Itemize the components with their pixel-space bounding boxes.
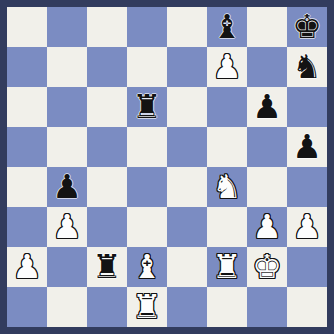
square-a2[interactable]: ♟: [7, 247, 47, 287]
square-e4[interactable]: [167, 167, 207, 207]
square-d4[interactable]: [127, 167, 167, 207]
piece-black-pawn[interactable]: ♟: [52, 167, 82, 207]
piece-black-pawn[interactable]: ♟: [252, 87, 282, 127]
square-f2[interactable]: ♜: [207, 247, 247, 287]
square-f8[interactable]: ♝: [207, 7, 247, 47]
piece-black-rook[interactable]: ♜: [92, 247, 122, 287]
square-g2[interactable]: ♚: [247, 247, 287, 287]
square-b7[interactable]: [47, 47, 87, 87]
square-a6[interactable]: [7, 87, 47, 127]
piece-black-knight[interactable]: ♞: [292, 47, 322, 87]
square-f4[interactable]: ♞: [207, 167, 247, 207]
square-e3[interactable]: [167, 207, 207, 247]
square-h5[interactable]: ♟: [287, 127, 327, 167]
square-d6[interactable]: ♜: [127, 87, 167, 127]
square-b6[interactable]: [47, 87, 87, 127]
square-f3[interactable]: [207, 207, 247, 247]
piece-black-rook[interactable]: ♜: [132, 87, 162, 127]
piece-white-pawn[interactable]: ♟: [212, 47, 242, 87]
square-f1[interactable]: [207, 287, 247, 327]
square-a5[interactable]: [7, 127, 47, 167]
piece-black-bishop[interactable]: ♝: [212, 7, 242, 47]
piece-black-pawn[interactable]: ♟: [292, 127, 322, 167]
square-c7[interactable]: [87, 47, 127, 87]
square-a4[interactable]: [7, 167, 47, 207]
square-a3[interactable]: [7, 207, 47, 247]
board-frame: ♝♚♟♞♜♟♟♟♞♟♟♟♟♜♝♜♚♜: [0, 0, 334, 334]
square-c2[interactable]: ♜: [87, 247, 127, 287]
square-h2[interactable]: [287, 247, 327, 287]
square-e6[interactable]: [167, 87, 207, 127]
square-d5[interactable]: [127, 127, 167, 167]
square-f7[interactable]: ♟: [207, 47, 247, 87]
square-d3[interactable]: [127, 207, 167, 247]
square-d7[interactable]: [127, 47, 167, 87]
square-b4[interactable]: ♟: [47, 167, 87, 207]
square-h7[interactable]: ♞: [287, 47, 327, 87]
square-e5[interactable]: [167, 127, 207, 167]
square-b5[interactable]: [47, 127, 87, 167]
square-g8[interactable]: [247, 7, 287, 47]
square-h4[interactable]: [287, 167, 327, 207]
square-h8[interactable]: ♚: [287, 7, 327, 47]
square-b3[interactable]: ♟: [47, 207, 87, 247]
piece-white-rook[interactable]: ♜: [212, 247, 242, 287]
square-d2[interactable]: ♝: [127, 247, 167, 287]
square-d8[interactable]: [127, 7, 167, 47]
square-h3[interactable]: ♟: [287, 207, 327, 247]
chess-board: ♝♚♟♞♜♟♟♟♞♟♟♟♟♜♝♜♚♜: [7, 7, 327, 327]
square-e8[interactable]: [167, 7, 207, 47]
piece-white-bishop[interactable]: ♝: [132, 247, 162, 287]
square-g6[interactable]: ♟: [247, 87, 287, 127]
piece-white-pawn[interactable]: ♟: [292, 207, 322, 247]
square-g5[interactable]: [247, 127, 287, 167]
piece-white-knight[interactable]: ♞: [212, 167, 242, 207]
square-a1[interactable]: [7, 287, 47, 327]
square-f5[interactable]: [207, 127, 247, 167]
square-c1[interactable]: [87, 287, 127, 327]
square-b1[interactable]: [47, 287, 87, 327]
square-g4[interactable]: [247, 167, 287, 207]
square-h6[interactable]: [287, 87, 327, 127]
piece-white-pawn[interactable]: ♟: [252, 207, 282, 247]
square-b8[interactable]: [47, 7, 87, 47]
square-c8[interactable]: [87, 7, 127, 47]
piece-white-king[interactable]: ♚: [252, 247, 282, 287]
square-d1[interactable]: ♜: [127, 287, 167, 327]
square-e1[interactable]: [167, 287, 207, 327]
piece-white-pawn[interactable]: ♟: [52, 207, 82, 247]
square-c3[interactable]: [87, 207, 127, 247]
square-h1[interactable]: [287, 287, 327, 327]
square-g3[interactable]: ♟: [247, 207, 287, 247]
square-g7[interactable]: [247, 47, 287, 87]
square-f6[interactable]: [207, 87, 247, 127]
square-a7[interactable]: [7, 47, 47, 87]
square-a8[interactable]: [7, 7, 47, 47]
piece-black-king[interactable]: ♚: [292, 7, 322, 47]
square-b2[interactable]: [47, 247, 87, 287]
square-c6[interactable]: [87, 87, 127, 127]
square-e2[interactable]: [167, 247, 207, 287]
square-c5[interactable]: [87, 127, 127, 167]
piece-white-rook[interactable]: ♜: [132, 287, 162, 327]
piece-white-pawn[interactable]: ♟: [12, 247, 42, 287]
square-c4[interactable]: [87, 167, 127, 207]
square-e7[interactable]: [167, 47, 207, 87]
square-g1[interactable]: [247, 287, 287, 327]
